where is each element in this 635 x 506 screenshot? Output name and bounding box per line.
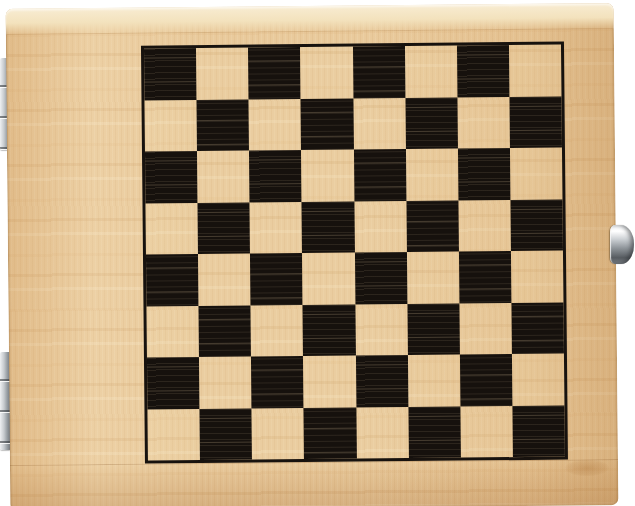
square-r5c5: [354, 252, 407, 304]
square-r5c4: [302, 253, 355, 305]
square-r6c7: [459, 303, 512, 355]
square-r8c5: [356, 407, 409, 459]
square-r4c5: [354, 201, 407, 253]
square-r2c6: [405, 97, 458, 149]
square-r1c4: [300, 47, 353, 99]
square-r6c4: [303, 304, 356, 356]
page: { "game": "chess", "scene": { "descripti…: [0, 0, 635, 506]
square-r3c6: [406, 149, 459, 201]
chessboard: [141, 42, 568, 464]
square-r8c6: [408, 406, 461, 458]
square-r8c2: [200, 408, 253, 460]
box-top-edge: [6, 3, 614, 35]
square-r2c3: [249, 99, 302, 151]
square-r2c1: [144, 100, 197, 152]
square-r5c3: [250, 253, 303, 305]
square-r4c7: [458, 200, 511, 252]
square-r3c3: [249, 150, 302, 202]
square-r7c3: [251, 356, 304, 408]
square-r6c1: [146, 306, 199, 358]
square-r5c6: [407, 252, 460, 304]
square-r6c2: [199, 305, 252, 357]
square-r1c6: [405, 46, 458, 98]
square-r4c3: [250, 202, 303, 254]
square-r1c2: [196, 48, 249, 100]
square-r2c4: [301, 98, 354, 150]
square-r4c8: [510, 199, 563, 251]
box-bottom-edge: [10, 459, 618, 506]
square-r2c2: [197, 99, 250, 151]
square-r1c8: [509, 45, 562, 97]
square-r4c1: [145, 203, 198, 255]
square-r6c6: [407, 303, 460, 355]
square-r1c1: [144, 48, 197, 100]
square-r5c2: [198, 254, 251, 306]
square-r2c7: [457, 97, 510, 149]
square-r2c5: [353, 98, 406, 150]
square-r5c7: [459, 251, 512, 303]
square-r2c8: [509, 96, 562, 148]
square-r7c4: [303, 356, 356, 408]
square-r8c4: [304, 407, 357, 459]
square-r8c7: [460, 406, 513, 458]
square-r1c7: [457, 45, 510, 97]
square-r3c2: [197, 151, 250, 203]
square-r6c5: [355, 304, 408, 356]
square-r5c8: [511, 251, 564, 303]
square-r7c7: [460, 354, 513, 406]
square-r6c3: [251, 305, 304, 357]
square-r8c8: [512, 405, 565, 457]
square-r7c1: [147, 357, 200, 409]
bamboo-chess-box: [6, 3, 619, 506]
square-r4c6: [406, 200, 459, 252]
square-r3c4: [301, 150, 354, 202]
square-r4c4: [302, 201, 355, 253]
square-r4c2: [198, 202, 251, 254]
square-r8c1: [147, 409, 200, 461]
square-r1c5: [352, 46, 405, 98]
square-r5c1: [146, 254, 199, 306]
square-r1c3: [248, 47, 301, 99]
square-r3c8: [510, 148, 563, 200]
square-r6c8: [511, 302, 564, 354]
square-r3c7: [458, 148, 511, 200]
square-r3c1: [145, 151, 198, 203]
square-r7c6: [408, 355, 461, 407]
square-r7c2: [199, 357, 252, 409]
square-r7c8: [512, 354, 565, 406]
square-r8c3: [252, 408, 305, 460]
square-r3c5: [353, 149, 406, 201]
square-r7c5: [355, 355, 408, 407]
clasp-knob: [610, 225, 634, 264]
